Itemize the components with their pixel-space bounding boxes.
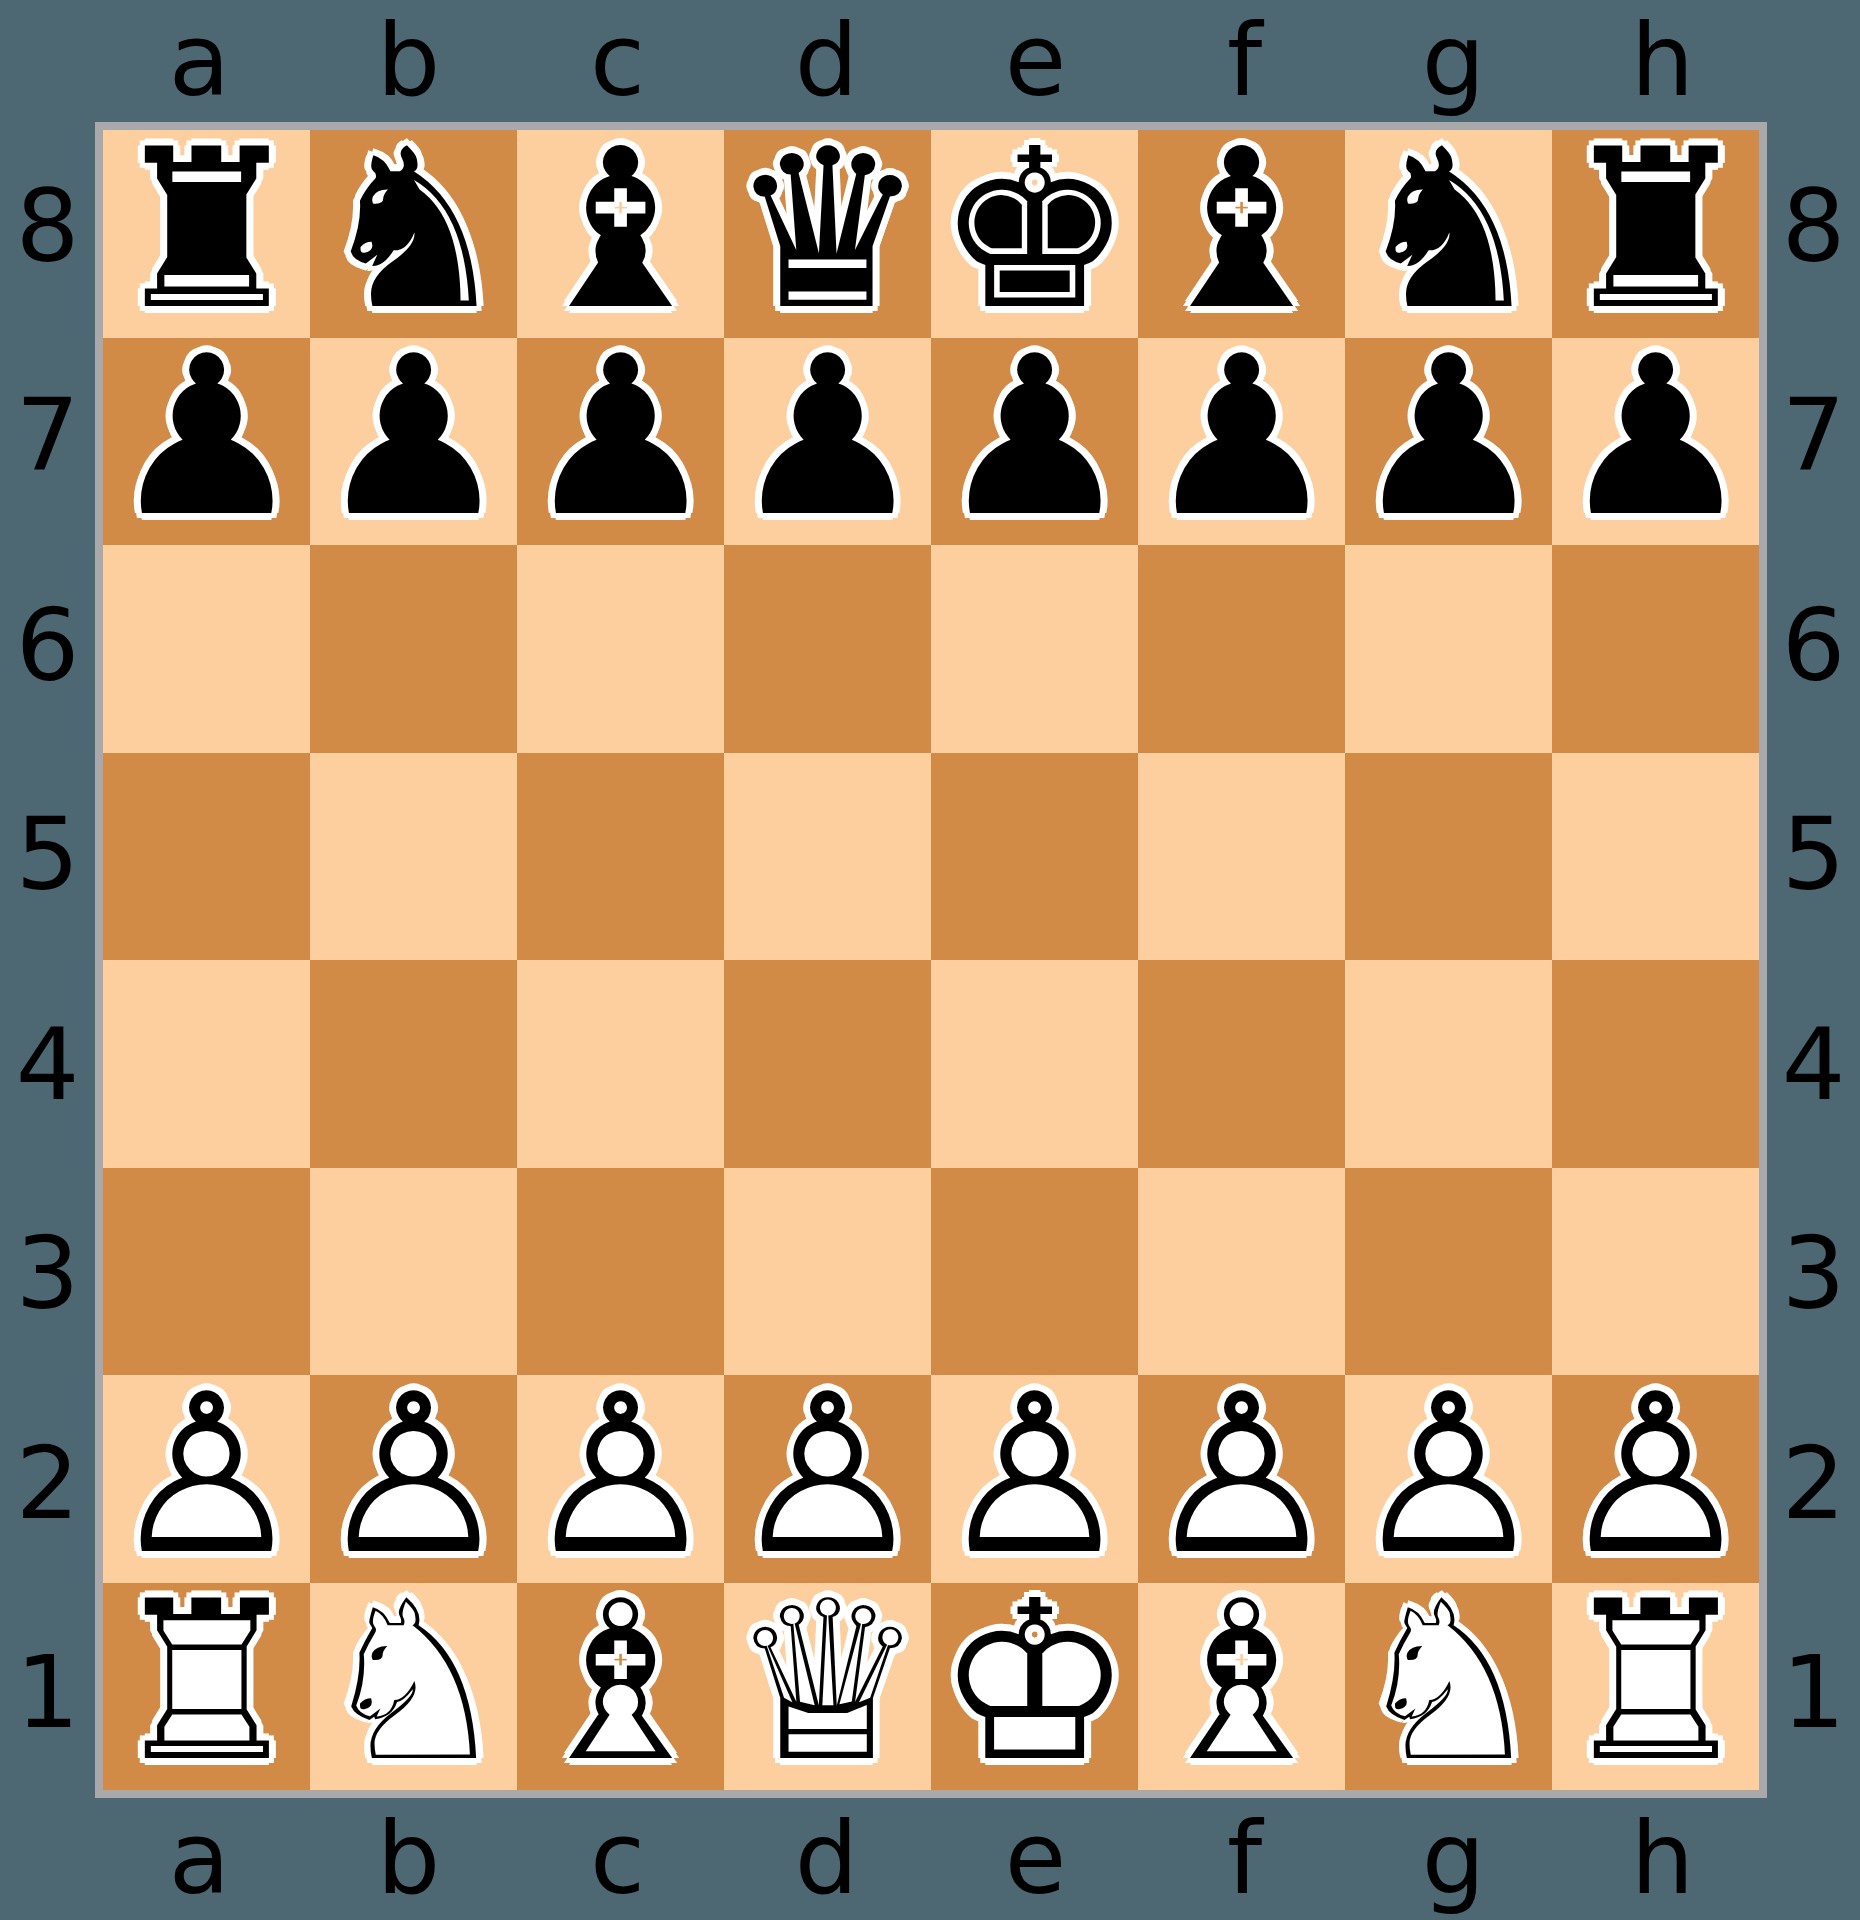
square-e2[interactable]: ♟♟♙ (931, 1375, 1138, 1583)
white-knight-piece: ♞♞♘ (1345, 1583, 1552, 1791)
file-top-label-e: e (1005, 11, 1067, 111)
square-b6[interactable] (310, 545, 517, 753)
rank-right-label-1: 1 (1782, 1643, 1846, 1743)
square-c2[interactable]: ♟♟♙ (517, 1375, 724, 1583)
square-g3[interactable] (1345, 1168, 1552, 1376)
black-pawn-piece: ♟♟ (931, 338, 1138, 546)
file-top-label-d: d (795, 11, 858, 111)
rank-labels-right: 87654321 (1767, 122, 1860, 1798)
white-pawn-piece: ♟♟♙ (310, 1375, 517, 1583)
square-h8[interactable]: ♜♜ (1552, 130, 1759, 338)
square-f1[interactable]: ♝♝♗ (1138, 1583, 1345, 1791)
rank-right-label-7: 7 (1782, 386, 1846, 486)
square-e4[interactable] (931, 960, 1138, 1168)
square-a4[interactable] (103, 960, 310, 1168)
square-b4[interactable] (310, 960, 517, 1168)
rank-right-label-6: 6 (1782, 596, 1846, 696)
piece-glyph: ♝ (1143, 119, 1340, 339)
square-a3[interactable] (103, 1168, 310, 1376)
square-d6[interactable] (724, 545, 931, 753)
rank-right-label-8: 8 (1782, 177, 1846, 277)
square-b5[interactable] (310, 753, 517, 961)
piece-glyph: ♟ (522, 327, 719, 547)
square-f6[interactable] (1138, 545, 1345, 753)
white-rook-piece: ♜♜♖ (103, 1583, 310, 1791)
white-king-piece: ♚♚♔ (931, 1583, 1138, 1791)
square-a2[interactable]: ♟♟♙ (103, 1375, 310, 1583)
piece-glyph: ♜ (108, 119, 305, 339)
square-b1[interactable]: ♞♞♘ (310, 1583, 517, 1791)
file-top-label-f: f (1227, 11, 1262, 111)
square-g4[interactable] (1345, 960, 1552, 1168)
black-bishop-piece: ♝♝ (1138, 130, 1345, 338)
black-pawn-piece: ♟♟ (1552, 338, 1759, 546)
piece-glyph: ♙ (1557, 1364, 1754, 1584)
square-g6[interactable] (1345, 545, 1552, 753)
rank-left-label-3: 3 (16, 1224, 80, 1324)
black-king-piece: ♚♚ (931, 130, 1138, 338)
file-bottom-label-c: c (590, 1809, 645, 1909)
square-d4[interactable] (724, 960, 931, 1168)
square-b2[interactable]: ♟♟♙ (310, 1375, 517, 1583)
rank-left-label-8: 8 (16, 177, 80, 277)
piece-glyph: ♖ (108, 1572, 305, 1792)
rank-left-label-6: 6 (16, 596, 80, 696)
square-e3[interactable] (931, 1168, 1138, 1376)
black-rook-piece: ♜♜ (103, 130, 310, 338)
black-pawn-piece: ♟♟ (1138, 338, 1345, 546)
square-f4[interactable] (1138, 960, 1345, 1168)
white-pawn-piece: ♟♟♙ (103, 1375, 310, 1583)
rank-left-label-1: 1 (16, 1643, 80, 1743)
black-pawn-piece: ♟♟ (103, 338, 310, 546)
square-c3[interactable] (517, 1168, 724, 1376)
square-b8[interactable]: ♞♞ (310, 130, 517, 338)
file-top-label-a: a (169, 11, 230, 111)
square-h7[interactable]: ♟♟ (1552, 338, 1759, 546)
square-g2[interactable]: ♟♟♙ (1345, 1375, 1552, 1583)
square-f8[interactable]: ♝♝ (1138, 130, 1345, 338)
square-c6[interactable] (517, 545, 724, 753)
piece-glyph: ♟ (1143, 327, 1340, 547)
piece-glyph: ♙ (936, 1364, 1133, 1584)
square-d3[interactable] (724, 1168, 931, 1376)
piece-glyph: ♗ (1143, 1572, 1340, 1792)
piece-glyph: ♞ (315, 119, 512, 339)
square-f7[interactable]: ♟♟ (1138, 338, 1345, 546)
rank-right-label-3: 3 (1782, 1224, 1846, 1324)
file-bottom-label-a: a (169, 1809, 230, 1909)
square-c7[interactable]: ♟♟ (517, 338, 724, 546)
rank-left-label-5: 5 (16, 805, 80, 905)
file-top-label-c: c (590, 11, 645, 111)
square-e7[interactable]: ♟♟ (931, 338, 1138, 546)
square-c5[interactable] (517, 753, 724, 961)
black-pawn-piece: ♟♟ (1345, 338, 1552, 546)
file-bottom-label-g: g (1422, 1809, 1485, 1909)
square-h5[interactable] (1552, 753, 1759, 961)
piece-glyph: ♗ (522, 1572, 719, 1792)
square-d1[interactable]: ♛♛♕ (724, 1583, 931, 1791)
file-bottom-label-h: h (1631, 1809, 1694, 1909)
piece-glyph: ♙ (522, 1364, 719, 1584)
square-e8[interactable]: ♚♚ (931, 130, 1138, 338)
square-h3[interactable] (1552, 1168, 1759, 1376)
file-bottom-label-d: d (795, 1809, 858, 1909)
square-d8[interactable]: ♛♛ (724, 130, 931, 338)
white-pawn-piece: ♟♟♙ (931, 1375, 1138, 1583)
black-pawn-piece: ♟♟ (517, 338, 724, 546)
square-a7[interactable]: ♟♟ (103, 338, 310, 546)
file-bottom-label-e: e (1005, 1809, 1067, 1909)
rank-right-label-4: 4 (1782, 1015, 1846, 1115)
square-e6[interactable] (931, 545, 1138, 753)
black-queen-piece: ♛♛ (724, 130, 931, 338)
black-bishop-piece: ♝♝ (517, 130, 724, 338)
black-knight-piece: ♞♞ (310, 130, 517, 338)
white-pawn-piece: ♟♟♙ (724, 1375, 931, 1583)
square-c4[interactable] (517, 960, 724, 1168)
white-rook-piece: ♜♜♖ (1552, 1583, 1759, 1791)
square-g8[interactable]: ♞♞ (1345, 130, 1552, 338)
piece-glyph: ♟ (936, 327, 1133, 547)
square-h2[interactable]: ♟♟♙ (1552, 1375, 1759, 1583)
piece-glyph: ♔ (936, 1572, 1133, 1792)
piece-glyph: ♖ (1557, 1572, 1754, 1792)
square-g5[interactable] (1345, 753, 1552, 961)
file-bottom-label-f: f (1227, 1809, 1262, 1909)
square-b7[interactable]: ♟♟ (310, 338, 517, 546)
square-f2[interactable]: ♟♟♙ (1138, 1375, 1345, 1583)
piece-glyph: ♟ (1350, 327, 1547, 547)
black-knight-piece: ♞♞ (1345, 130, 1552, 338)
piece-glyph: ♕ (729, 1572, 926, 1792)
white-queen-piece: ♛♛♕ (724, 1583, 931, 1791)
board-frame: ♜♜♞♞♝♝♛♛♚♚♝♝♞♞♜♜♟♟♟♟♟♟♟♟♟♟♟♟♟♟♟♟♟♟♙♟♟♙♟♟… (95, 122, 1767, 1798)
square-b3[interactable] (310, 1168, 517, 1376)
square-g1[interactable]: ♞♞♘ (1345, 1583, 1552, 1791)
piece-glyph: ♟ (729, 327, 926, 547)
rank-right-label-2: 2 (1782, 1434, 1846, 1534)
white-bishop-piece: ♝♝♗ (517, 1583, 724, 1791)
piece-glyph: ♟ (1557, 327, 1754, 547)
square-d5[interactable] (724, 753, 931, 961)
file-bottom-label-b: b (377, 1809, 440, 1909)
square-d2[interactable]: ♟♟♙ (724, 1375, 931, 1583)
rank-left-label-4: 4 (16, 1015, 80, 1115)
square-a8[interactable]: ♜♜ (103, 130, 310, 338)
square-c8[interactable]: ♝♝ (517, 130, 724, 338)
piece-glyph: ♟ (108, 327, 305, 547)
white-pawn-piece: ♟♟♙ (1138, 1375, 1345, 1583)
square-c1[interactable]: ♝♝♗ (517, 1583, 724, 1791)
file-top-label-g: g (1422, 11, 1485, 111)
file-labels-bottom: abcdefgh (95, 1798, 1767, 1920)
square-h4[interactable] (1552, 960, 1759, 1168)
square-f5[interactable] (1138, 753, 1345, 961)
piece-glyph: ♞ (1350, 119, 1547, 339)
chessboard: ♜♜♞♞♝♝♛♛♚♚♝♝♞♞♜♜♟♟♟♟♟♟♟♟♟♟♟♟♟♟♟♟♟♟♙♟♟♙♟♟… (103, 130, 1759, 1790)
piece-glyph: ♙ (108, 1364, 305, 1584)
piece-glyph: ♝ (522, 119, 719, 339)
piece-glyph: ♟ (315, 327, 512, 547)
square-a1[interactable]: ♜♜♖ (103, 1583, 310, 1791)
piece-glyph: ♙ (315, 1364, 512, 1584)
square-h1[interactable]: ♜♜♖ (1552, 1583, 1759, 1791)
rank-left-label-7: 7 (16, 386, 80, 486)
white-pawn-piece: ♟♟♙ (517, 1375, 724, 1583)
piece-glyph: ♘ (315, 1572, 512, 1792)
piece-glyph: ♙ (1143, 1364, 1340, 1584)
square-e5[interactable] (931, 753, 1138, 961)
file-top-label-b: b (377, 11, 440, 111)
black-pawn-piece: ♟♟ (310, 338, 517, 546)
rank-labels-left: 87654321 (0, 122, 95, 1798)
black-pawn-piece: ♟♟ (724, 338, 931, 546)
square-f3[interactable] (1138, 1168, 1345, 1376)
file-top-label-h: h (1631, 11, 1694, 111)
square-d7[interactable]: ♟♟ (724, 338, 931, 546)
square-a5[interactable] (103, 753, 310, 961)
rank-right-label-5: 5 (1782, 805, 1846, 905)
square-e1[interactable]: ♚♚♔ (931, 1583, 1138, 1791)
chess-diagram: abcdefgh 87654321 ♜♜♞♞♝♝♛♛♚♚♝♝♞♞♜♜♟♟♟♟♟♟… (0, 0, 1860, 1920)
piece-glyph: ♜ (1557, 119, 1754, 339)
piece-glyph: ♛ (729, 119, 926, 339)
white-pawn-piece: ♟♟♙ (1345, 1375, 1552, 1583)
piece-glyph: ♙ (729, 1364, 926, 1584)
piece-glyph: ♙ (1350, 1364, 1547, 1584)
piece-glyph: ♘ (1350, 1572, 1547, 1792)
square-a6[interactable] (103, 545, 310, 753)
rank-left-label-2: 2 (16, 1434, 80, 1534)
square-g7[interactable]: ♟♟ (1345, 338, 1552, 546)
square-h6[interactable] (1552, 545, 1759, 753)
black-rook-piece: ♜♜ (1552, 130, 1759, 338)
piece-glyph: ♚ (936, 119, 1133, 339)
white-bishop-piece: ♝♝♗ (1138, 1583, 1345, 1791)
white-knight-piece: ♞♞♘ (310, 1583, 517, 1791)
white-pawn-piece: ♟♟♙ (1552, 1375, 1759, 1583)
